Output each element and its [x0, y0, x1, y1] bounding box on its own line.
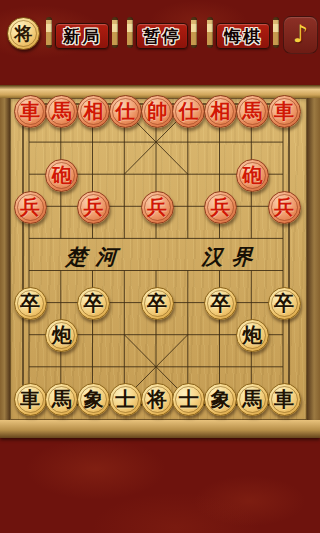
board-pieces: 車馬相仕帥仕相馬車砲砲兵兵兵兵兵卒卒卒卒卒炮炮車馬象士将士象馬車 — [0, 85, 320, 438]
piece-black-0-6[interactable]: 卒 — [14, 287, 47, 320]
piece-red-3-0[interactable]: 仕 — [109, 95, 142, 128]
general-piece-icon: 将 — [7, 17, 40, 50]
music-toggle-button[interactable]: ♪ — [283, 16, 318, 54]
piece-black-5-9[interactable]: 士 — [172, 383, 205, 416]
piece-red-0-0[interactable]: 車 — [14, 95, 47, 128]
piece-black-0-9[interactable]: 車 — [14, 383, 47, 416]
piece-red-7-2[interactable]: 砲 — [236, 159, 269, 192]
scroll-rod-icon — [273, 17, 279, 48]
piece-red-1-0[interactable]: 馬 — [45, 95, 78, 128]
piece-red-8-3[interactable]: 兵 — [268, 191, 301, 224]
piece-red-2-3[interactable]: 兵 — [77, 191, 110, 224]
piece-black-6-6[interactable]: 卒 — [204, 287, 237, 320]
piece-black-1-7[interactable]: 炮 — [45, 319, 78, 352]
piece-red-4-3[interactable]: 兵 — [141, 191, 174, 224]
undo-button[interactable]: 悔棋 — [207, 16, 279, 52]
piece-black-2-9[interactable]: 象 — [77, 383, 110, 416]
scroll-rod-icon — [46, 17, 52, 48]
piece-black-8-6[interactable]: 卒 — [268, 287, 301, 320]
pause-button-label: 暂停 — [136, 23, 188, 49]
piece-black-2-6[interactable]: 卒 — [77, 287, 110, 320]
piece-red-1-2[interactable]: 砲 — [45, 159, 78, 192]
piece-black-8-9[interactable]: 車 — [268, 383, 301, 416]
piece-red-0-3[interactable]: 兵 — [14, 191, 47, 224]
piece-red-2-0[interactable]: 相 — [77, 95, 110, 128]
piece-red-4-0[interactable]: 帥 — [141, 95, 174, 128]
scroll-rod-icon — [127, 17, 133, 48]
piece-black-1-9[interactable]: 馬 — [45, 383, 78, 416]
piece-red-6-0[interactable]: 相 — [204, 95, 237, 128]
scroll-rod-icon — [191, 17, 197, 48]
piece-black-6-9[interactable]: 象 — [204, 383, 237, 416]
scroll-rod-icon — [207, 17, 213, 48]
new-game-button[interactable]: 新局 — [46, 16, 118, 52]
piece-black-4-9[interactable]: 将 — [141, 383, 174, 416]
piece-black-7-7[interactable]: 炮 — [236, 319, 269, 352]
undo-button-label: 悔棋 — [216, 23, 270, 49]
piece-black-7-9[interactable]: 馬 — [236, 383, 269, 416]
piece-red-8-0[interactable]: 車 — [268, 95, 301, 128]
piece-red-7-0[interactable]: 馬 — [236, 95, 269, 128]
scroll-rod-icon — [112, 17, 118, 48]
new-game-button-label: 新局 — [55, 23, 109, 49]
xiangqi-board[interactable]: 楚河 汉界 車馬相仕帥仕相馬車砲砲兵兵兵兵兵卒卒卒卒卒炮炮車馬象士将士象馬車 — [0, 85, 320, 438]
piece-red-6-3[interactable]: 兵 — [204, 191, 237, 224]
pause-button[interactable]: 暂停 — [127, 16, 197, 52]
piece-black-3-9[interactable]: 士 — [109, 383, 142, 416]
toolbar: 将 新局 暂停 悔棋 ♪ — [0, 0, 320, 62]
music-note-icon: ♪ — [293, 20, 308, 48]
piece-red-5-0[interactable]: 仕 — [172, 95, 205, 128]
piece-black-4-6[interactable]: 卒 — [141, 287, 174, 320]
